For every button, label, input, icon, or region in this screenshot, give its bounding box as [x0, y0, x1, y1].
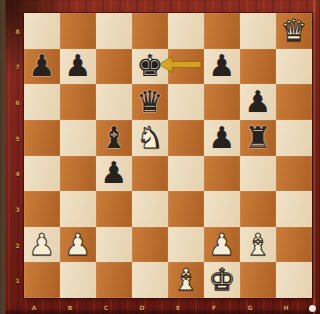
- piece-black-pawn-f5[interactable]: ♟: [204, 120, 240, 156]
- piece-white-bishop-e1[interactable]: ♝: [168, 262, 204, 298]
- piece-white-pawn-b2[interactable]: ♟: [60, 227, 96, 263]
- piece-black-rook-g5[interactable]: ♜: [240, 120, 276, 156]
- white-to-move-indicator-dot: [309, 305, 316, 312]
- rank-label-2: 2: [12, 242, 23, 249]
- file-label-d: D: [124, 304, 160, 311]
- piece-white-bishop-g2[interactable]: ♝: [240, 227, 276, 263]
- pieces-layer: ♛♟♟♚♟♛♟♝♞♟♜♟♟♟♟♝♝♚: [24, 13, 312, 298]
- rank-label-4: 4: [12, 170, 23, 177]
- file-label-e: E: [160, 304, 196, 311]
- piece-black-pawn-f7[interactable]: ♟: [204, 49, 240, 85]
- piece-black-queen-d6[interactable]: ♛: [132, 84, 168, 120]
- rank-label-3: 3: [12, 206, 23, 213]
- file-label-f: F: [196, 304, 232, 311]
- piece-white-queen-h8[interactable]: ♛: [276, 13, 312, 49]
- piece-black-pawn-b7[interactable]: ♟: [60, 49, 96, 85]
- piece-black-bishop-c5[interactable]: ♝: [96, 120, 132, 156]
- file-label-c: C: [88, 304, 124, 311]
- piece-black-pawn-a7[interactable]: ♟: [24, 49, 60, 85]
- file-label-a: A: [16, 304, 52, 311]
- rank-label-6: 6: [12, 99, 23, 106]
- piece-black-pawn-g6[interactable]: ♟: [240, 84, 276, 120]
- rank-label-5: 5: [12, 135, 23, 142]
- piece-black-pawn-c4[interactable]: ♟: [96, 156, 132, 192]
- piece-white-knight-d5[interactable]: ♞: [132, 120, 168, 156]
- rank-label-1: 1: [12, 277, 23, 284]
- rank-label-7: 7: [12, 63, 23, 70]
- frame-highlight-line: [313, 0, 315, 314]
- piece-white-pawn-f2[interactable]: ♟: [204, 227, 240, 263]
- piece-white-pawn-a2[interactable]: ♟: [24, 227, 60, 263]
- file-label-b: B: [52, 304, 88, 311]
- file-label-g: G: [232, 304, 268, 311]
- rank-label-8: 8: [12, 28, 23, 35]
- piece-black-king-d7[interactable]: ♚: [132, 49, 168, 85]
- chess-board-frame: ♛♟♟♚♟♛♟♝♞♟♜♟♟♟♟♝♝♚ 87654321 ABCDEFGH: [0, 0, 320, 314]
- piece-white-king-f1[interactable]: ♚: [204, 262, 240, 298]
- file-label-h: H: [268, 304, 304, 311]
- frame-outer-edge: [0, 0, 7, 314]
